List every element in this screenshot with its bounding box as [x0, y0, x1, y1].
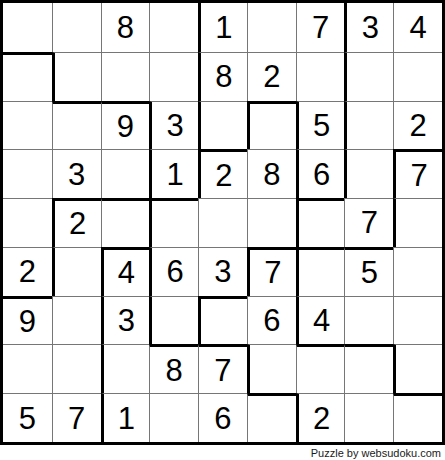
cell-r7c2[interactable] — [52, 296, 101, 345]
cell-r9c4[interactable] — [149, 393, 198, 442]
cell-r8c3[interactable] — [101, 344, 150, 393]
cell-r6c8: 5 — [344, 247, 393, 296]
cell-r8c5: 7 — [198, 344, 247, 393]
cell-r4c2: 3 — [52, 149, 101, 198]
cell-r4c3[interactable] — [101, 149, 150, 198]
cell-r6c2[interactable] — [52, 247, 101, 296]
page: 817348293523128672724637593648757162 Puz… — [0, 0, 445, 460]
cell-r4c6: 8 — [247, 149, 296, 198]
cell-r2c9[interactable] — [393, 52, 442, 101]
cell-r1c8: 3 — [344, 3, 393, 52]
cell-r8c6[interactable] — [247, 344, 296, 393]
cell-r3c3: 9 — [101, 101, 150, 150]
cell-r4c5: 2 — [198, 149, 247, 198]
cell-r3c9: 2 — [393, 101, 442, 150]
cell-r7c5[interactable] — [198, 296, 247, 345]
cell-r4c8[interactable] — [344, 149, 393, 198]
cell-r2c7[interactable] — [296, 52, 345, 101]
sudoku-board: 817348293523128672724637593648757162 — [0, 0, 445, 445]
cell-r7c4[interactable] — [149, 296, 198, 345]
cell-r1c1[interactable] — [3, 3, 52, 52]
cell-r5c2: 2 — [52, 198, 101, 247]
cell-r1c7: 7 — [296, 3, 345, 52]
cell-r9c1: 5 — [3, 393, 52, 442]
cell-r2c5: 8 — [198, 52, 247, 101]
cell-r8c2[interactable] — [52, 344, 101, 393]
cell-r2c4[interactable] — [149, 52, 198, 101]
cell-r7c7: 4 — [296, 296, 345, 345]
cell-r2c2[interactable] — [52, 52, 101, 101]
cell-r6c4: 6 — [149, 247, 198, 296]
cell-r8c1[interactable] — [3, 344, 52, 393]
cell-r5c6[interactable] — [247, 198, 296, 247]
cell-r6c7[interactable] — [296, 247, 345, 296]
cell-r1c5: 1 — [198, 3, 247, 52]
cell-r6c9[interactable] — [393, 247, 442, 296]
cell-r6c1: 2 — [3, 247, 52, 296]
cell-r5c7[interactable] — [296, 198, 345, 247]
cell-r7c6: 6 — [247, 296, 296, 345]
cell-r5c1[interactable] — [3, 198, 52, 247]
attribution-caption: Puzzle by websudoku.com — [0, 447, 441, 459]
cell-r5c3[interactable] — [101, 198, 150, 247]
cell-r1c4[interactable] — [149, 3, 198, 52]
cell-r1c2[interactable] — [52, 3, 101, 52]
cell-r7c9[interactable] — [393, 296, 442, 345]
cell-r5c5[interactable] — [198, 198, 247, 247]
cell-r5c4[interactable] — [149, 198, 198, 247]
cell-r9c8[interactable] — [344, 393, 393, 442]
cell-r1c3: 8 — [101, 3, 150, 52]
cell-r9c5: 6 — [198, 393, 247, 442]
cell-r7c3: 3 — [101, 296, 150, 345]
cell-r3c1[interactable] — [3, 101, 52, 150]
cell-r3c2[interactable] — [52, 101, 101, 150]
cell-r3c4: 3 — [149, 101, 198, 150]
cell-r4c7: 6 — [296, 149, 345, 198]
cell-r6c6: 7 — [247, 247, 296, 296]
cell-r3c6[interactable] — [247, 101, 296, 150]
cell-r8c4: 8 — [149, 344, 198, 393]
cell-r9c7: 2 — [296, 393, 345, 442]
cell-r8c7[interactable] — [296, 344, 345, 393]
cell-r9c2: 7 — [52, 393, 101, 442]
cell-r1c9: 4 — [393, 3, 442, 52]
cell-r2c1[interactable] — [3, 52, 52, 101]
cell-r4c9: 7 — [393, 149, 442, 198]
cell-r8c8[interactable] — [344, 344, 393, 393]
cell-r2c3[interactable] — [101, 52, 150, 101]
cell-r3c5[interactable] — [198, 101, 247, 150]
cell-r5c8: 7 — [344, 198, 393, 247]
cell-r9c9[interactable] — [393, 393, 442, 442]
cell-r9c6[interactable] — [247, 393, 296, 442]
cell-r1c6[interactable] — [247, 3, 296, 52]
cell-r2c6: 2 — [247, 52, 296, 101]
cell-r8c9[interactable] — [393, 344, 442, 393]
cell-r5c9[interactable] — [393, 198, 442, 247]
cell-r4c4: 1 — [149, 149, 198, 198]
cell-r3c8[interactable] — [344, 101, 393, 150]
cell-r7c8[interactable] — [344, 296, 393, 345]
cell-r7c1: 9 — [3, 296, 52, 345]
cell-r2c8[interactable] — [344, 52, 393, 101]
cell-r6c3: 4 — [101, 247, 150, 296]
cell-r4c1[interactable] — [3, 149, 52, 198]
cell-r6c5: 3 — [198, 247, 247, 296]
cell-r3c7: 5 — [296, 101, 345, 150]
cell-r9c3: 1 — [101, 393, 150, 442]
